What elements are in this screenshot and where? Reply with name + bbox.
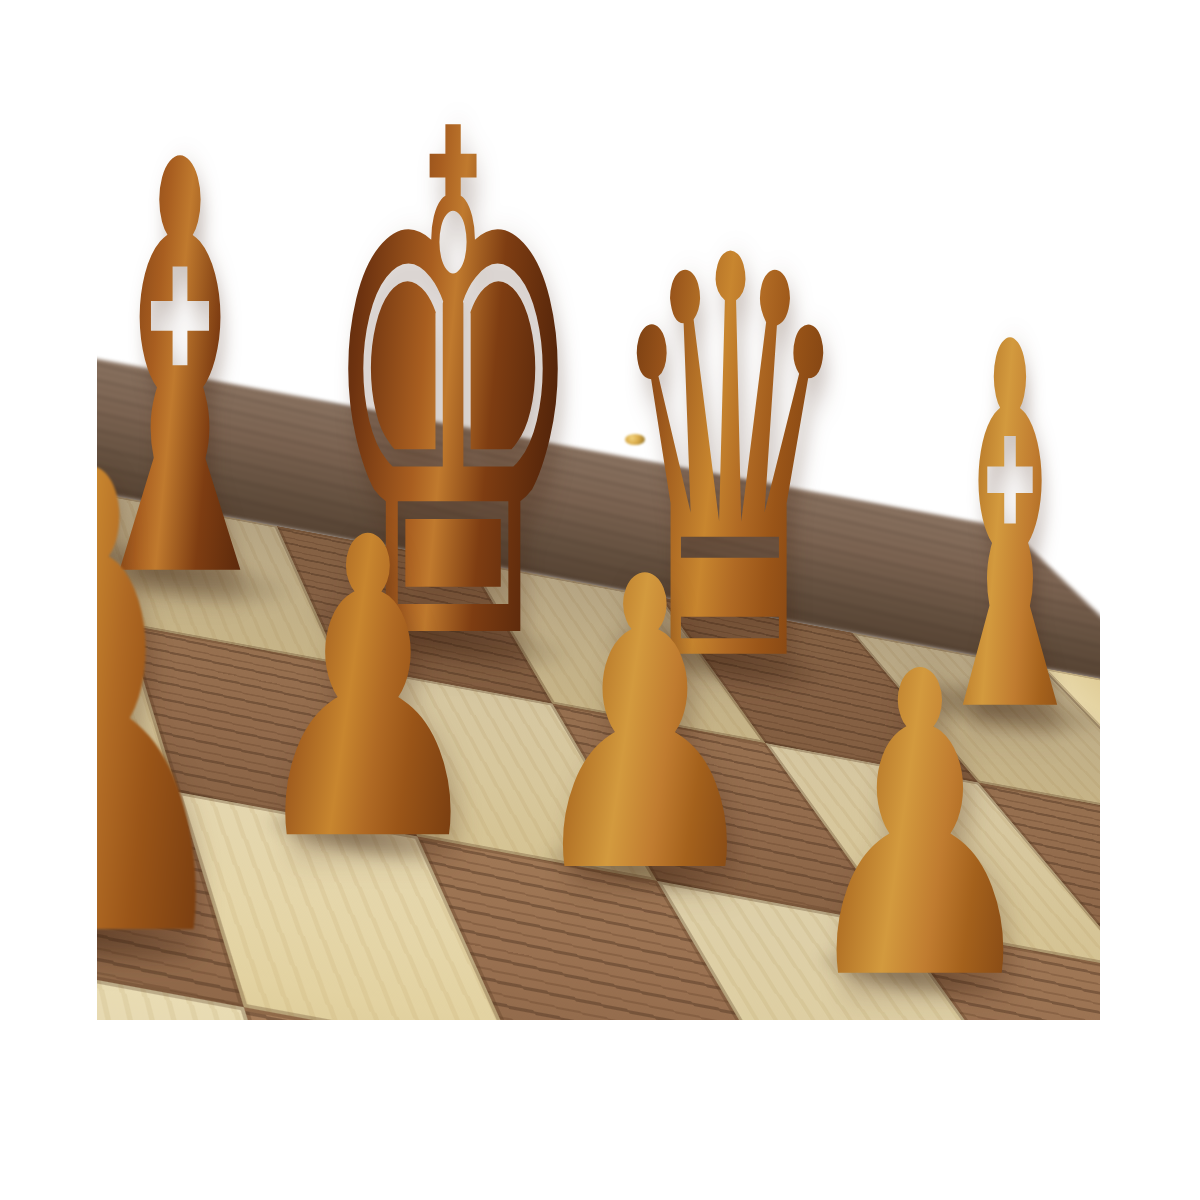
piece-glyph: ♟ — [795, 618, 1044, 1020]
piece-glyph: ♟ — [522, 526, 767, 928]
piece-glyph: ♟ — [244, 485, 491, 898]
piece-glyph: ♟ — [97, 393, 247, 1020]
chessboard-scene: ♝♚♛♝♟♟♟♟ — [97, 0, 1100, 1020]
product-photo: ♝♚♛♝♟♟♟♟ — [0, 0, 1200, 1200]
